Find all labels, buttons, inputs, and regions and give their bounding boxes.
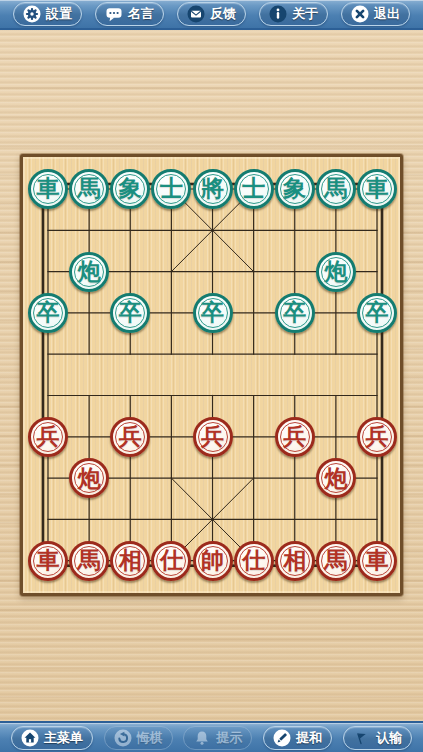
piece-red-k[interactable]: 帥 (193, 541, 233, 581)
xiangqi-board[interactable]: 車馬象士將士象馬車炮炮卒卒卒卒卒兵兵兵兵兵炮炮車馬相仕帥仕相馬車 (20, 154, 403, 596)
piece-black-r[interactable]: 車 (357, 169, 397, 209)
app-screen: 設置 名言 反馈 (0, 0, 423, 752)
piece-black-p[interactable]: 卒 (193, 293, 233, 333)
piece-red-c[interactable]: 炮 (316, 458, 356, 498)
undo-move-label: 悔棋 (137, 729, 163, 747)
top-toolbar: 設置 名言 反馈 (0, 0, 423, 30)
piece-red-c[interactable]: 炮 (69, 458, 109, 498)
about-label: 关于 (292, 5, 318, 23)
piece-black-c[interactable]: 炮 (69, 252, 109, 292)
piece-red-n[interactable]: 馬 (69, 541, 109, 581)
offer-draw-label: 提和 (296, 729, 322, 747)
piece-black-r[interactable]: 車 (28, 169, 68, 209)
piece-black-c[interactable]: 炮 (316, 252, 356, 292)
piece-black-k[interactable]: 將 (193, 169, 233, 209)
bottom-toolbar: 主菜单 悔棋 提示 提和 (0, 721, 423, 752)
piece-red-r[interactable]: 車 (28, 541, 68, 581)
piece-black-p[interactable]: 卒 (357, 293, 397, 333)
about-button[interactable]: 关于 (259, 2, 328, 26)
close-icon (351, 5, 369, 23)
hint-button: 提示 (183, 726, 252, 750)
settings-button[interactable]: 設置 (13, 2, 82, 26)
home-icon (21, 729, 39, 747)
piece-red-p[interactable]: 兵 (275, 417, 315, 457)
piece-red-b[interactable]: 相 (110, 541, 150, 581)
gear-icon (23, 5, 41, 23)
piece-red-a[interactable]: 仕 (151, 541, 191, 581)
bell-icon (193, 729, 211, 747)
piece-red-r[interactable]: 車 (357, 541, 397, 581)
piece-black-p[interactable]: 卒 (275, 293, 315, 333)
undo-move-button: 悔棋 (104, 726, 173, 750)
resign-label: 认输 (376, 729, 402, 747)
piece-black-a[interactable]: 士 (234, 169, 274, 209)
piece-red-p[interactable]: 兵 (357, 417, 397, 457)
piece-black-n[interactable]: 馬 (69, 169, 109, 209)
piece-black-p[interactable]: 卒 (110, 293, 150, 333)
main-menu-button[interactable]: 主菜单 (11, 726, 93, 750)
piece-black-b[interactable]: 象 (275, 169, 315, 209)
piece-red-a[interactable]: 仕 (234, 541, 274, 581)
piece-black-p[interactable]: 卒 (28, 293, 68, 333)
settings-label: 設置 (46, 5, 72, 23)
piece-red-b[interactable]: 相 (275, 541, 315, 581)
piece-red-p[interactable]: 兵 (110, 417, 150, 457)
hint-label: 提示 (216, 729, 242, 747)
info-icon (269, 5, 287, 23)
piece-black-a[interactable]: 士 (151, 169, 191, 209)
exit-button[interactable]: 退出 (341, 2, 410, 26)
piece-black-n[interactable]: 馬 (316, 169, 356, 209)
quotes-label: 名言 (128, 5, 154, 23)
piece-red-p[interactable]: 兵 (28, 417, 68, 457)
piece-layer: 車馬象士將士象馬車炮炮卒卒卒卒卒兵兵兵兵兵炮炮車馬相仕帥仕相馬車 (27, 168, 397, 581)
offer-draw-button[interactable]: 提和 (263, 726, 332, 750)
speech-bubble-icon (105, 5, 123, 23)
exit-label: 退出 (374, 5, 400, 23)
piece-black-b[interactable]: 象 (110, 169, 150, 209)
undo-arrow-icon (114, 729, 132, 747)
main-menu-label: 主菜单 (44, 729, 83, 747)
envelope-icon (187, 5, 205, 23)
pencil-icon (273, 729, 291, 747)
flag-icon (353, 729, 371, 747)
resign-button[interactable]: 认输 (343, 726, 412, 750)
piece-red-n[interactable]: 馬 (316, 541, 356, 581)
piece-red-p[interactable]: 兵 (193, 417, 233, 457)
feedback-button[interactable]: 反馈 (177, 2, 246, 26)
quotes-button[interactable]: 名言 (95, 2, 164, 26)
feedback-label: 反馈 (210, 5, 236, 23)
